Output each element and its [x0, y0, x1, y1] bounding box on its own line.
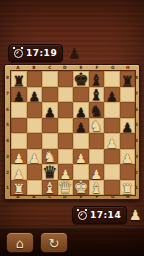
board-grid: ♜♚♝♜♟♟♝♟♟♟♞♟♞♟♟♟♟♞♟♟♟♛♟♟♜♝♛♚♝♜	[10, 70, 136, 196]
square-e8[interactable]: ♚	[73, 71, 89, 87]
square-c4[interactable]	[42, 133, 58, 149]
square-b2[interactable]	[27, 164, 43, 180]
square-g5[interactable]	[104, 118, 120, 134]
square-g3[interactable]	[104, 149, 120, 165]
square-g8[interactable]	[104, 71, 120, 87]
white-knight[interactable]: ♞	[90, 119, 103, 134]
restart-icon: ↻	[49, 236, 60, 251]
home-icon: ⌂	[16, 236, 24, 251]
opponent-timer: 17:19	[8, 44, 63, 62]
square-f6[interactable]: ♞	[89, 102, 105, 118]
square-f2[interactable]: ♟	[89, 164, 105, 180]
square-h8[interactable]: ♜	[120, 71, 136, 87]
rank-label: 4	[6, 135, 10, 146]
square-h6[interactable]	[120, 102, 136, 118]
black-king[interactable]: ♚	[73, 71, 88, 88]
square-c5[interactable]	[42, 118, 58, 134]
square-e6[interactable]: ♟	[73, 102, 89, 118]
file-label: C	[44, 66, 55, 70]
square-b6[interactable]	[27, 102, 43, 118]
bottom-bar: ⌂ ↻	[0, 228, 144, 256]
square-a7[interactable]: ♟	[11, 87, 27, 103]
square-b4[interactable]	[27, 133, 43, 149]
player-timer: 17:14	[72, 206, 127, 224]
white-rook[interactable]: ♜	[121, 182, 134, 196]
square-c6[interactable]: ♟	[42, 102, 58, 118]
player-time: 17:14	[90, 206, 121, 224]
chess-board: ABCDEFGH ABCDEFGH 87654321 87654321 ♜♚♝♜…	[4, 64, 140, 200]
square-e7[interactable]	[73, 87, 89, 103]
square-e1[interactable]: ♚	[73, 180, 89, 196]
square-d3[interactable]	[58, 149, 74, 165]
square-h7[interactable]	[120, 87, 136, 103]
square-g1[interactable]	[104, 180, 120, 196]
black-queen[interactable]: ♛	[42, 164, 57, 181]
file-label: B	[28, 66, 39, 70]
square-b3[interactable]: ♟	[27, 149, 43, 165]
square-b5[interactable]	[27, 118, 43, 134]
clock-icon	[78, 211, 87, 220]
white-bishop[interactable]: ♝	[90, 181, 103, 196]
white-king[interactable]: ♚	[73, 179, 88, 196]
square-g6[interactable]	[104, 102, 120, 118]
clock-icon	[14, 49, 23, 58]
rank-label: 6	[6, 104, 10, 115]
home-button[interactable]: ⌂	[6, 232, 34, 253]
file-label: H	[122, 66, 133, 70]
square-h4[interactable]	[120, 133, 136, 149]
square-a1[interactable]: ♜	[11, 180, 27, 196]
rank-label: 8	[6, 72, 10, 83]
square-a8[interactable]: ♜	[11, 71, 27, 87]
square-h2[interactable]	[120, 164, 136, 180]
square-f8[interactable]: ♝	[89, 71, 105, 87]
square-f5[interactable]: ♞	[89, 118, 105, 134]
square-c2[interactable]: ♛	[42, 164, 58, 180]
file-label: G	[107, 66, 118, 70]
white-rook[interactable]: ♜	[12, 182, 25, 196]
square-a3[interactable]: ♟	[11, 149, 27, 165]
rank-label: 7	[6, 88, 10, 99]
opponent-time: 17:19	[26, 44, 57, 62]
square-d5[interactable]	[58, 118, 74, 134]
file-label: D	[59, 66, 70, 70]
square-h1[interactable]: ♜	[120, 180, 136, 196]
rank-label: 2	[6, 167, 10, 178]
rank-label: 1	[6, 182, 10, 193]
square-e3[interactable]: ♟	[73, 149, 89, 165]
square-h3[interactable]: ♟	[120, 149, 136, 165]
square-f4[interactable]	[89, 133, 105, 149]
square-a2[interactable]: ♟	[11, 164, 27, 180]
square-a5[interactable]	[11, 118, 27, 134]
rank-label: 5	[6, 119, 10, 130]
square-h5[interactable]: ♟	[120, 118, 136, 134]
square-d1[interactable]: ♛	[58, 180, 74, 196]
square-f3[interactable]	[89, 149, 105, 165]
game-screen: 17:19 ♟ ABCDEFGH ABCDEFGH 87654321 87654…	[0, 0, 144, 256]
square-c1[interactable]: ♝	[42, 180, 58, 196]
square-d8[interactable]	[58, 71, 74, 87]
black-rook[interactable]: ♜	[12, 74, 25, 88]
square-d7[interactable]	[58, 87, 74, 103]
white-bishop[interactable]: ♝	[43, 181, 56, 196]
square-a4[interactable]	[11, 133, 27, 149]
square-d6[interactable]	[58, 102, 74, 118]
square-c8[interactable]	[42, 71, 58, 87]
square-g7[interactable]: ♟	[104, 87, 120, 103]
rank-label: 3	[6, 151, 10, 162]
square-g4[interactable]: ♟	[104, 133, 120, 149]
file-label: F	[91, 66, 102, 70]
square-b7[interactable]: ♟	[27, 87, 43, 103]
square-e5[interactable]: ♟	[73, 118, 89, 134]
file-label: A	[12, 66, 23, 70]
square-b1[interactable]	[27, 180, 43, 196]
square-f1[interactable]: ♝	[89, 180, 105, 196]
square-f7[interactable]: ♝	[89, 87, 105, 103]
square-g2[interactable]	[104, 164, 120, 180]
white-queen[interactable]: ♛	[58, 179, 73, 196]
square-a6[interactable]	[11, 102, 27, 118]
square-d4[interactable]	[58, 133, 74, 149]
restart-button[interactable]: ↻	[40, 232, 68, 253]
player-color-piece-icon: ♟	[129, 208, 142, 222]
square-c7[interactable]	[42, 87, 58, 103]
black-rook[interactable]: ♜	[121, 74, 134, 88]
square-b8[interactable]	[27, 71, 43, 87]
square-e4[interactable]	[73, 133, 89, 149]
opponent-color-piece-icon: ♟	[68, 46, 81, 60]
